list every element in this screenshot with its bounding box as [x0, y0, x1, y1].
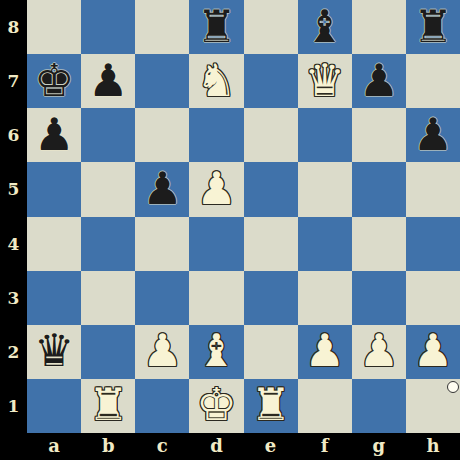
file-label-b: b	[81, 433, 135, 460]
square-f8[interactable]: ♝	[298, 0, 352, 54]
file-label-h: h	[406, 433, 460, 460]
square-f6[interactable]	[298, 108, 352, 162]
file-label-c: c	[135, 433, 189, 460]
square-f5[interactable]	[298, 162, 352, 216]
file-label-a: a	[27, 433, 81, 460]
square-b1[interactable]: ♜	[81, 379, 135, 433]
square-a2[interactable]: ♛	[27, 325, 81, 379]
file-label-d: d	[189, 433, 243, 460]
square-d7[interactable]: ♞	[189, 54, 243, 108]
piece-black-queen[interactable]: ♛	[34, 328, 74, 373]
piece-black-pawn[interactable]: ♟	[359, 58, 399, 103]
square-b5[interactable]	[81, 162, 135, 216]
rank-label-8: 8	[0, 0, 27, 54]
square-a3[interactable]	[27, 271, 81, 325]
piece-black-king[interactable]: ♚	[34, 58, 74, 103]
square-g2[interactable]: ♟	[352, 325, 406, 379]
square-d8[interactable]: ♜	[189, 0, 243, 54]
rank-label-3: 3	[0, 271, 27, 325]
square-b6[interactable]	[81, 108, 135, 162]
piece-black-rook[interactable]: ♜	[196, 4, 236, 49]
file-label-e: e	[244, 433, 298, 460]
square-g3[interactable]	[352, 271, 406, 325]
square-e8[interactable]	[244, 0, 298, 54]
rank-labels: 87654321	[0, 0, 27, 433]
square-e2[interactable]	[244, 325, 298, 379]
square-a8[interactable]	[27, 0, 81, 54]
piece-black-pawn[interactable]: ♟	[34, 112, 74, 157]
rank-label-4: 4	[0, 217, 27, 271]
piece-white-pawn[interactable]: ♟	[305, 328, 345, 373]
square-b3[interactable]	[81, 271, 135, 325]
square-h5[interactable]	[406, 162, 460, 216]
square-h6[interactable]: ♟	[406, 108, 460, 162]
piece-white-pawn[interactable]: ♟	[196, 166, 236, 211]
piece-white-king[interactable]: ♚	[196, 382, 236, 427]
piece-white-knight[interactable]: ♞	[196, 58, 236, 103]
square-g6[interactable]	[352, 108, 406, 162]
square-d6[interactable]	[189, 108, 243, 162]
square-c2[interactable]: ♟	[135, 325, 189, 379]
square-h8[interactable]: ♜	[406, 0, 460, 54]
square-c7[interactable]	[135, 54, 189, 108]
square-c8[interactable]	[135, 0, 189, 54]
rank-label-2: 2	[0, 325, 27, 379]
square-c5[interactable]: ♟	[135, 162, 189, 216]
square-d1[interactable]: ♚	[189, 379, 243, 433]
rank-label-5: 5	[0, 162, 27, 216]
piece-white-pawn[interactable]: ♟	[413, 328, 453, 373]
chess-board: ♜♝♜♚♟♞♛♟♟♟♟♟♛♟♝♟♟♟♜♚♜	[27, 0, 460, 433]
square-d4[interactable]	[189, 217, 243, 271]
square-e7[interactable]	[244, 54, 298, 108]
square-e5[interactable]	[244, 162, 298, 216]
white-to-move-indicator	[447, 381, 459, 393]
square-e6[interactable]	[244, 108, 298, 162]
square-h3[interactable]	[406, 271, 460, 325]
file-labels: abcdefgh	[27, 433, 460, 460]
square-a5[interactable]	[27, 162, 81, 216]
square-g5[interactable]	[352, 162, 406, 216]
square-f1[interactable]	[298, 379, 352, 433]
square-f2[interactable]: ♟	[298, 325, 352, 379]
square-a1[interactable]	[27, 379, 81, 433]
file-label-g: g	[352, 433, 406, 460]
square-e3[interactable]	[244, 271, 298, 325]
rank-label-1: 1	[0, 379, 27, 433]
square-f4[interactable]	[298, 217, 352, 271]
piece-white-rook[interactable]: ♜	[250, 382, 290, 427]
square-b7[interactable]: ♟	[81, 54, 135, 108]
square-f3[interactable]	[298, 271, 352, 325]
square-b4[interactable]	[81, 217, 135, 271]
piece-white-rook[interactable]: ♜	[88, 382, 128, 427]
square-d3[interactable]	[189, 271, 243, 325]
square-d2[interactable]: ♝	[189, 325, 243, 379]
square-g7[interactable]: ♟	[352, 54, 406, 108]
chess-puzzle-diagram: 87654321 ♜♝♜♚♟♞♛♟♟♟♟♟♛♟♝♟♟♟♜♚♜ abcdefgh	[0, 0, 460, 460]
square-b2[interactable]	[81, 325, 135, 379]
piece-white-pawn[interactable]: ♟	[142, 328, 182, 373]
rank-label-6: 6	[0, 108, 27, 162]
square-e1[interactable]: ♜	[244, 379, 298, 433]
square-a7[interactable]: ♚	[27, 54, 81, 108]
square-h2[interactable]: ♟	[406, 325, 460, 379]
square-c1[interactable]	[135, 379, 189, 433]
piece-black-pawn[interactable]: ♟	[142, 166, 182, 211]
square-f7[interactable]: ♛	[298, 54, 352, 108]
piece-black-pawn[interactable]: ♟	[88, 58, 128, 103]
square-g1[interactable]	[352, 379, 406, 433]
square-a6[interactable]: ♟	[27, 108, 81, 162]
square-b8[interactable]	[81, 0, 135, 54]
square-g8[interactable]	[352, 0, 406, 54]
square-d5[interactable]: ♟	[189, 162, 243, 216]
square-g4[interactable]	[352, 217, 406, 271]
square-c6[interactable]	[135, 108, 189, 162]
piece-white-pawn[interactable]: ♟	[359, 328, 399, 373]
file-label-f: f	[298, 433, 352, 460]
square-h4[interactable]	[406, 217, 460, 271]
square-c3[interactable]	[135, 271, 189, 325]
rank-label-7: 7	[0, 54, 27, 108]
piece-black-bishop[interactable]: ♝	[305, 4, 345, 49]
piece-white-bishop[interactable]: ♝	[196, 328, 236, 373]
piece-black-rook[interactable]: ♜	[413, 4, 453, 49]
piece-black-pawn[interactable]: ♟	[413, 112, 453, 157]
square-e4[interactable]	[244, 217, 298, 271]
square-h7[interactable]	[406, 54, 460, 108]
piece-white-queen[interactable]: ♛	[305, 58, 345, 103]
square-a4[interactable]	[27, 217, 81, 271]
square-c4[interactable]	[135, 217, 189, 271]
